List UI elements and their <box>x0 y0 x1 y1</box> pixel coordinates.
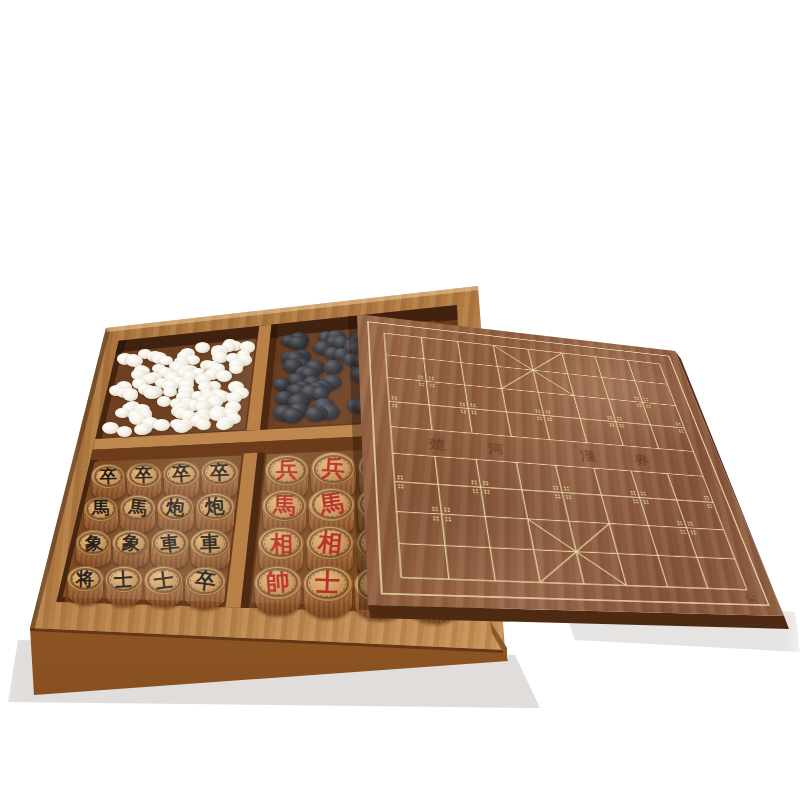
xiangqi-piece-士[interactable]: 士 <box>144 566 183 607</box>
piece-top-face: 馬 <box>120 495 156 521</box>
piece-top-face: 帥 <box>254 566 302 600</box>
piece-top-face: 士 <box>144 566 183 594</box>
piece-top-face: 卒 <box>91 464 125 488</box>
go-stone-white <box>117 426 133 437</box>
piece-top-face: 馬 <box>262 490 307 522</box>
piece-character: 相 <box>317 530 344 557</box>
piece-character: 馬 <box>273 494 296 517</box>
product-photo: 卒卒卒卒馬馬炮炮象象車車将士士卒兵兵馬馬相相帥士 楚河 漢界 <box>0 0 800 800</box>
go-stone-white <box>134 424 150 436</box>
xiangqi-piece-士[interactable]: 士 <box>303 566 353 618</box>
piece-top-face: 相 <box>258 527 304 560</box>
xiangqi-piece-馬[interactable]: 馬 <box>84 497 119 533</box>
piece-character: 卒 <box>100 468 117 485</box>
go-stone-white <box>229 364 243 374</box>
xiangqi-piece-炮[interactable]: 炮 <box>196 493 235 534</box>
piece-character: 兵 <box>276 459 298 481</box>
piece-top-face: 卒 <box>126 463 161 488</box>
piece-top-face: 卒 <box>163 461 200 487</box>
xiangqi-piece-帥[interactable]: 帥 <box>254 566 302 615</box>
piece-top-face: 車 <box>151 529 190 557</box>
piece-character: 士 <box>315 571 341 597</box>
xiangqi-piece-士[interactable]: 士 <box>105 566 143 605</box>
piece-character: 兵 <box>321 456 346 481</box>
piece-character: 車 <box>200 533 221 554</box>
xiangqi-piece-車[interactable]: 車 <box>190 529 230 571</box>
go-stone-black <box>282 408 303 423</box>
go-stone-white <box>173 421 190 433</box>
go-stone-black <box>323 360 343 375</box>
xiangqi-piece-炮[interactable]: 炮 <box>157 494 195 533</box>
piece-character: 卒 <box>210 463 230 483</box>
piece-character: 卒 <box>171 464 191 484</box>
piece-top-face: 兵 <box>265 455 309 487</box>
piece-top-face: 馬 <box>308 488 355 522</box>
go-stone-white <box>195 342 210 353</box>
piece-top-face: 士 <box>105 566 143 593</box>
piece-top-face: 炮 <box>196 493 235 521</box>
piece-character: 象 <box>121 533 141 553</box>
xiangqi-piece-象[interactable]: 象 <box>112 530 149 568</box>
go-stone-white <box>157 396 172 407</box>
go-stone-white <box>123 390 138 401</box>
xiangqi-piece-将[interactable]: 将 <box>67 566 103 604</box>
piece-character: 馬 <box>318 491 345 518</box>
piece-character: 炮 <box>165 497 186 518</box>
piece-character: 馬 <box>128 498 148 518</box>
xiangqi-piece-馬[interactable]: 馬 <box>120 495 156 533</box>
piece-character: 馬 <box>92 500 110 518</box>
piece-top-face: 士 <box>303 566 353 602</box>
piece-top-face: 馬 <box>84 497 119 522</box>
piece-character: 将 <box>76 570 95 589</box>
go-stone-white <box>196 419 211 430</box>
piece-character: 卒 <box>135 466 153 484</box>
piece-character: 相 <box>269 531 293 555</box>
go-stone-white <box>153 419 169 431</box>
xiangqi-piece-車[interactable]: 車 <box>151 529 190 569</box>
xiangqi-piece-卒[interactable]: 卒 <box>185 567 226 610</box>
piece-top-face: 卒 <box>185 567 226 597</box>
piece-top-face: 車 <box>190 529 230 558</box>
piece-character: 象 <box>84 534 102 552</box>
go-stone-white <box>216 420 230 430</box>
xiangqi-piece-象[interactable]: 象 <box>76 530 112 567</box>
piece-top-face: 象 <box>76 530 112 556</box>
go-stone-black <box>305 407 323 420</box>
piece-character: 士 <box>153 569 175 591</box>
go-stone-white <box>115 408 130 419</box>
piece-character: 車 <box>159 533 180 554</box>
piece-character: 士 <box>114 570 134 590</box>
piece-character: 炮 <box>205 497 225 518</box>
maker-mark <box>744 594 761 602</box>
piece-top-face: 将 <box>67 566 103 592</box>
go-stone-white <box>216 370 233 382</box>
piece-character: 卒 <box>194 570 217 593</box>
piece-character: 帥 <box>265 570 290 595</box>
go-stone-black <box>288 336 308 350</box>
